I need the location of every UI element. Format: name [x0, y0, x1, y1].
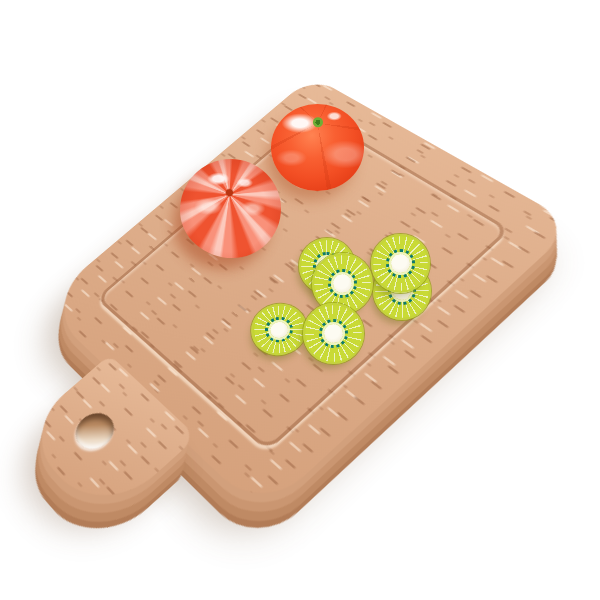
toy-tomato	[271, 104, 364, 191]
kiwi-core	[391, 254, 410, 273]
hanging-hole	[68, 406, 122, 456]
toy-peeled-mandarin	[180, 159, 281, 258]
kiwi-slice	[303, 303, 364, 364]
kiwi-slice	[371, 234, 430, 293]
board-handle	[20, 355, 198, 523]
miniature-food-photo	[0, 0, 600, 600]
